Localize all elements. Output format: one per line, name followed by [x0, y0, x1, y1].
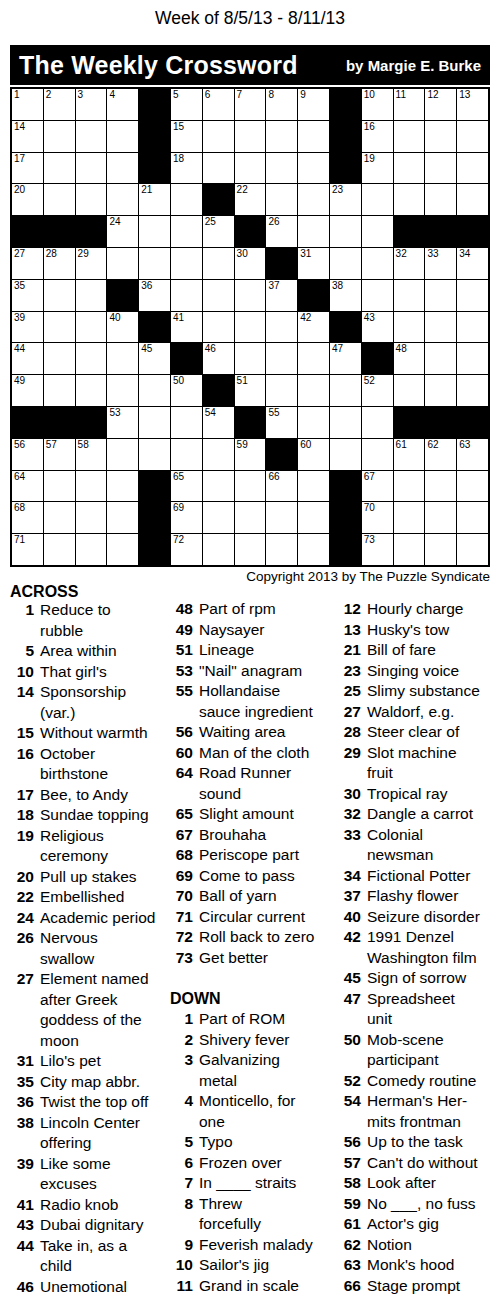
grid-cell[interactable]: [171, 248, 202, 279]
grid-cell[interactable]: [266, 312, 297, 343]
grid-cell[interactable]: [44, 280, 75, 311]
black-cell: [425, 407, 456, 438]
cell-number: 42: [300, 312, 311, 324]
grid-cell[interactable]: [107, 534, 138, 565]
cell-number: 52: [364, 375, 375, 387]
clue-item: 46Unemotional: [10, 1277, 170, 1298]
grid-cell[interactable]: 58: [76, 439, 107, 470]
grid-cell[interactable]: 10: [362, 89, 393, 120]
grid-cell[interactable]: [44, 184, 75, 215]
grid-cell[interactable]: [76, 343, 107, 374]
grid-cell[interactable]: [394, 502, 425, 533]
clue-text: Sundae topping: [40, 805, 170, 826]
clue-number: 32: [338, 804, 361, 825]
grid-cell[interactable]: 31: [298, 248, 329, 279]
grid-cell[interactable]: [457, 121, 488, 152]
clue-number: 19: [10, 826, 34, 867]
clue-number: 71: [170, 907, 193, 928]
grid-cell[interactable]: [457, 534, 488, 565]
grid-cell[interactable]: 48: [394, 343, 425, 374]
black-cell: [394, 216, 425, 247]
grid-cell[interactable]: [457, 280, 488, 311]
grid-cell[interactable]: [203, 248, 234, 279]
grid-cell[interactable]: [235, 534, 266, 565]
grid-cell[interactable]: [235, 502, 266, 533]
grid-cell[interactable]: 18: [171, 153, 202, 184]
grid-cell[interactable]: [457, 343, 488, 374]
black-cell: [330, 502, 361, 533]
grid-cell[interactable]: 44: [12, 343, 43, 374]
clue-text: Area within: [40, 641, 170, 662]
grid-cell[interactable]: [266, 534, 297, 565]
grid-cell[interactable]: [298, 471, 329, 502]
grid-cell[interactable]: [425, 184, 456, 215]
grid-cell[interactable]: 20: [12, 184, 43, 215]
cell-number: 33: [427, 248, 438, 260]
clue-text: Galvanizing metal: [199, 1050, 338, 1091]
clue-text: That girl's: [40, 662, 170, 683]
grid-cell[interactable]: 49: [12, 375, 43, 406]
clue-number: 21: [338, 640, 361, 661]
clue-text: "Nail" anagram: [199, 661, 338, 682]
grid-cell[interactable]: [298, 184, 329, 215]
cell-number: 10: [364, 89, 375, 101]
grid-cell[interactable]: [425, 502, 456, 533]
cell-number: 64: [14, 471, 25, 483]
grid-cell[interactable]: [425, 343, 456, 374]
clue-text: Singing voice: [367, 661, 490, 682]
grid-cell[interactable]: 50: [171, 375, 202, 406]
grid-cell[interactable]: [76, 184, 107, 215]
grid-cell[interactable]: [362, 439, 393, 470]
grid-cell[interactable]: 21: [139, 184, 170, 215]
grid-cell[interactable]: [394, 280, 425, 311]
grid-cell[interactable]: [107, 375, 138, 406]
grid-cell[interactable]: [394, 153, 425, 184]
grid-cell[interactable]: [171, 216, 202, 247]
grid-cell[interactable]: [76, 375, 107, 406]
grid-cell[interactable]: 63: [457, 439, 488, 470]
clue-text: Take in, as a child: [40, 1236, 170, 1277]
clue-text: 1991 Denzel Washington film: [367, 927, 490, 968]
grid-cell[interactable]: [298, 407, 329, 438]
cell-number: 27: [14, 248, 25, 260]
grid-cell[interactable]: [139, 407, 170, 438]
clue-item: 34Fictional Potter: [338, 866, 490, 887]
clue-item: 53"Nail" anagram: [170, 661, 338, 682]
grid-cell[interactable]: [44, 312, 75, 343]
grid-cell[interactable]: [457, 312, 488, 343]
black-cell: [12, 407, 43, 438]
grid-cell[interactable]: [44, 153, 75, 184]
grid-cell[interactable]: 69: [171, 502, 202, 533]
cell-number: 43: [364, 312, 375, 324]
clue-number: 12: [338, 599, 361, 620]
clue-number: 1: [170, 1009, 193, 1030]
grid-cell[interactable]: 11: [394, 89, 425, 120]
grid-cell[interactable]: 39: [12, 312, 43, 343]
grid-cell[interactable]: 29: [76, 248, 107, 279]
clue-text: Feverish malady: [199, 1235, 338, 1256]
grid-cell[interactable]: 37: [266, 280, 297, 311]
grid-cell[interactable]: [203, 121, 234, 152]
grid-cell[interactable]: [139, 439, 170, 470]
black-cell: [44, 216, 75, 247]
grid-cell[interactable]: [235, 471, 266, 502]
grid-cell[interactable]: 60: [298, 439, 329, 470]
spacer: [170, 968, 338, 988]
grid-cell[interactable]: 24: [107, 216, 138, 247]
cell-number: 50: [173, 375, 184, 387]
clue-number: 31: [10, 1051, 34, 1072]
grid-cell[interactable]: [457, 153, 488, 184]
grid-cell[interactable]: [171, 280, 202, 311]
grid-cell[interactable]: [76, 471, 107, 502]
grid-cell[interactable]: [107, 184, 138, 215]
clue-item: 60Man of the cloth: [170, 743, 338, 764]
black-cell: [139, 89, 170, 120]
grid-cell[interactable]: 47: [330, 343, 361, 374]
grid-cell[interactable]: 59: [235, 439, 266, 470]
grid-cell[interactable]: 64: [12, 471, 43, 502]
grid-cell[interactable]: [330, 248, 361, 279]
grid-cell[interactable]: [425, 534, 456, 565]
grid-cell[interactable]: [107, 248, 138, 279]
grid-cell[interactable]: 23: [330, 184, 361, 215]
clue-text: Seizure disorder: [367, 907, 490, 928]
grid-cell[interactable]: 61: [394, 439, 425, 470]
grid-cell[interactable]: [203, 153, 234, 184]
clue-number: 70: [170, 886, 193, 907]
grid-cell[interactable]: 13: [457, 89, 488, 120]
clue-item: 10Sailor's jig: [170, 1255, 338, 1276]
clue-text: Dubai dignitary: [40, 1215, 170, 1236]
clue-item: 63Monk's hood: [338, 1255, 490, 1276]
grid-cell[interactable]: 41: [171, 312, 202, 343]
clue-item: 1Reduce to rubble: [10, 600, 170, 641]
grid-cell[interactable]: [107, 502, 138, 533]
grid-cell[interactable]: 22: [235, 184, 266, 215]
clue-text: Roll back to zero: [199, 927, 338, 948]
grid-cell[interactable]: 45: [139, 343, 170, 374]
clue-item: 7In ____ straits: [170, 1173, 338, 1194]
grid-cell[interactable]: [235, 280, 266, 311]
clue-number: 63: [338, 1255, 361, 1276]
grid-cell[interactable]: [362, 184, 393, 215]
grid-cell[interactable]: 36: [139, 280, 170, 311]
grid-cell[interactable]: [266, 121, 297, 152]
grid-cell[interactable]: [298, 216, 329, 247]
grid-cell[interactable]: [107, 471, 138, 502]
clue-text: Up to the task: [367, 1132, 490, 1153]
grid-cell[interactable]: [235, 312, 266, 343]
grid-cell[interactable]: [298, 153, 329, 184]
grid-cell[interactable]: [425, 121, 456, 152]
cell-number: 46: [205, 343, 216, 355]
cell-number: 65: [173, 471, 184, 483]
clue-text: Bill of fare: [367, 640, 490, 661]
grid-cell[interactable]: 6: [203, 89, 234, 120]
grid-cell[interactable]: [203, 471, 234, 502]
grid-cell[interactable]: [171, 439, 202, 470]
grid-cell[interactable]: 66: [266, 471, 297, 502]
cell-number: 53: [109, 407, 120, 419]
grid-cell[interactable]: 12: [425, 89, 456, 120]
grid-cell[interactable]: [362, 280, 393, 311]
grid-cell[interactable]: [76, 121, 107, 152]
grid-cell[interactable]: [44, 534, 75, 565]
grid-cell[interactable]: 54: [203, 407, 234, 438]
grid-cell[interactable]: [425, 153, 456, 184]
grid-cell[interactable]: [44, 471, 75, 502]
clue-text: Notion: [367, 1235, 490, 1256]
grid-cell[interactable]: 9: [298, 89, 329, 120]
grid-cell[interactable]: 35: [12, 280, 43, 311]
grid-cell[interactable]: [266, 343, 297, 374]
clue-item: 48Part of rpm: [170, 599, 338, 620]
cell-number: 9: [300, 89, 306, 101]
grid-cell[interactable]: [394, 534, 425, 565]
clue-number: 54: [338, 1091, 361, 1132]
grid-cell[interactable]: [457, 471, 488, 502]
grid-cell[interactable]: 3: [76, 89, 107, 120]
clue-number: 4: [170, 1091, 193, 1132]
clue-item: 421991 Denzel Washington film: [338, 927, 490, 968]
grid-cell[interactable]: 70: [362, 502, 393, 533]
grid-cell[interactable]: 43: [362, 312, 393, 343]
grid-cell[interactable]: [107, 439, 138, 470]
clue-text: Lincoln Center offering: [40, 1113, 170, 1154]
clue-number: 46: [10, 1277, 34, 1298]
clue-text: Steer clear of: [367, 722, 490, 743]
grid-cell[interactable]: 5: [171, 89, 202, 120]
grid-cell[interactable]: 38: [330, 280, 361, 311]
clue-item: 71Circular current: [170, 907, 338, 928]
grid-cell[interactable]: [235, 343, 266, 374]
grid-cell[interactable]: [107, 121, 138, 152]
grid-cell[interactable]: [203, 312, 234, 343]
grid-cell[interactable]: 4: [107, 89, 138, 120]
grid-cell[interactable]: 68: [12, 502, 43, 533]
grid-cell[interactable]: 19: [362, 153, 393, 184]
cell-number: 15: [173, 121, 184, 133]
grid-cell[interactable]: [394, 375, 425, 406]
black-cell: [107, 280, 138, 311]
grid-cell[interactable]: 32: [394, 248, 425, 279]
cell-number: 37: [268, 280, 279, 292]
grid-cell[interactable]: 16: [362, 121, 393, 152]
grid-cell[interactable]: [44, 121, 75, 152]
clue-item: 70Ball of yarn: [170, 886, 338, 907]
grid-cell[interactable]: [425, 280, 456, 311]
grid-cell[interactable]: 2: [44, 89, 75, 120]
grid-cell[interactable]: [362, 216, 393, 247]
clue-item: 50Mob-scene participant: [338, 1030, 490, 1071]
grid-cell[interactable]: [266, 153, 297, 184]
clue-item: 58Look after: [338, 1173, 490, 1194]
grid-cell[interactable]: [107, 343, 138, 374]
clue-text: Part of ROM: [199, 1009, 338, 1030]
grid-cell[interactable]: 42: [298, 312, 329, 343]
grid-cell[interactable]: [330, 407, 361, 438]
cell-number: 23: [332, 184, 343, 196]
grid-cell[interactable]: [139, 375, 170, 406]
grid-cell[interactable]: 57: [44, 439, 75, 470]
clue-item: 1Part of ROM: [170, 1009, 338, 1030]
grid-cell[interactable]: [394, 121, 425, 152]
grid-cell[interactable]: 15: [171, 121, 202, 152]
grid-cell[interactable]: 56: [12, 439, 43, 470]
clue-item: 56Up to the task: [338, 1132, 490, 1153]
grid-cell[interactable]: 52: [362, 375, 393, 406]
puzzle-byline: by Margie E. Burke: [346, 57, 481, 74]
clue-item: 21Bill of fare: [338, 640, 490, 661]
grid-cell[interactable]: [457, 375, 488, 406]
clue-number: 62: [338, 1235, 361, 1256]
grid-cell[interactable]: [203, 280, 234, 311]
grid-cell[interactable]: [203, 502, 234, 533]
grid-cell[interactable]: [139, 216, 170, 247]
clue-text: Sign of sorrow: [367, 968, 490, 989]
cell-number: 17: [14, 153, 25, 165]
grid-cell[interactable]: [76, 280, 107, 311]
grid-cell[interactable]: 8: [266, 89, 297, 120]
clue-text: Can't do without: [367, 1153, 490, 1174]
grid-cell[interactable]: [298, 502, 329, 533]
clue-text: Husky's tow: [367, 620, 490, 641]
cell-number: 68: [14, 502, 25, 514]
grid-cell[interactable]: 40: [107, 312, 138, 343]
grid-cell[interactable]: [76, 312, 107, 343]
clue-number: 49: [170, 620, 193, 641]
clue-text: Sponsorship (var.): [40, 682, 170, 723]
grid-cell[interactable]: 25: [203, 216, 234, 247]
black-cell: [298, 280, 329, 311]
cell-number: 73: [364, 534, 375, 546]
clue-text: Part of rpm: [199, 599, 338, 620]
grid-cell[interactable]: [394, 312, 425, 343]
grid-cell[interactable]: [235, 153, 266, 184]
grid-cell[interactable]: [76, 502, 107, 533]
grid-cell[interactable]: [203, 439, 234, 470]
grid-cell[interactable]: [266, 375, 297, 406]
clue-item: 67Brouhaha: [170, 825, 338, 846]
grid-cell[interactable]: [298, 121, 329, 152]
clue-text: Bee, to Andy: [40, 785, 170, 806]
grid-cell[interactable]: 65: [171, 471, 202, 502]
clue-number: 55: [170, 681, 193, 722]
clue-number: 36: [10, 1092, 34, 1113]
grid-cell[interactable]: 55: [266, 407, 297, 438]
grid-cell[interactable]: [266, 184, 297, 215]
grid-cell[interactable]: [298, 343, 329, 374]
grid-cell[interactable]: [425, 312, 456, 343]
grid-cell[interactable]: [330, 439, 361, 470]
grid-cell[interactable]: [139, 248, 170, 279]
clue-item: 5Area within: [10, 641, 170, 662]
cell-number: 21: [141, 184, 152, 196]
grid-cell[interactable]: [44, 375, 75, 406]
clue-number: 53: [170, 661, 193, 682]
grid-cell[interactable]: 33: [425, 248, 456, 279]
clue-number: 69: [170, 866, 193, 887]
grid-cell[interactable]: [298, 534, 329, 565]
clue-item: 59No ___, no fuss: [338, 1194, 490, 1215]
clue-item: 69Come to pass: [170, 866, 338, 887]
grid-cell[interactable]: 28: [44, 248, 75, 279]
clue-number: 68: [170, 845, 193, 866]
clue-text: Comedy routine: [367, 1071, 490, 1092]
clue-text: Tropical ray: [367, 784, 490, 805]
clue-number: 67: [170, 825, 193, 846]
grid-cell[interactable]: [330, 216, 361, 247]
grid-cell[interactable]: 72: [171, 534, 202, 565]
clue-item: 57Can't do without: [338, 1153, 490, 1174]
grid-cell[interactable]: 34: [457, 248, 488, 279]
grid-cell[interactable]: [298, 375, 329, 406]
grid-cell[interactable]: 67: [362, 471, 393, 502]
grid-cell[interactable]: [330, 375, 361, 406]
grid-cell[interactable]: 30: [235, 248, 266, 279]
grid-cell[interactable]: [107, 153, 138, 184]
cell-number: 66: [268, 471, 279, 483]
clue-item: 61Actor's gig: [338, 1214, 490, 1235]
grid-cell[interactable]: 26: [266, 216, 297, 247]
clue-item: 38Lincoln Center offering: [10, 1113, 170, 1154]
grid-cell[interactable]: 14: [12, 121, 43, 152]
cell-number: 67: [364, 471, 375, 483]
grid-cell[interactable]: [76, 153, 107, 184]
grid-cell[interactable]: [76, 534, 107, 565]
cell-number: 16: [364, 121, 375, 133]
grid-cell[interactable]: [171, 407, 202, 438]
black-cell: [139, 534, 170, 565]
clue-number: 27: [10, 969, 34, 1051]
grid-cell[interactable]: 46: [203, 343, 234, 374]
grid-cell[interactable]: 51: [235, 375, 266, 406]
clue-item: 32Dangle a carrot: [338, 804, 490, 825]
grid-cell[interactable]: [44, 343, 75, 374]
grid-cell[interactable]: 53: [107, 407, 138, 438]
grid-cell[interactable]: 27: [12, 248, 43, 279]
clue-number: 73: [170, 948, 193, 969]
grid-cell[interactable]: [44, 502, 75, 533]
grid-cell[interactable]: [171, 184, 202, 215]
grid-cell[interactable]: 71: [12, 534, 43, 565]
grid-cell[interactable]: [362, 248, 393, 279]
grid-cell[interactable]: [362, 407, 393, 438]
grid-cell[interactable]: [425, 471, 456, 502]
grid-cell[interactable]: [235, 121, 266, 152]
grid-cell[interactable]: [457, 184, 488, 215]
grid-cell[interactable]: 73: [362, 534, 393, 565]
clue-number: 18: [10, 805, 34, 826]
grid-cell[interactable]: [457, 502, 488, 533]
grid-cell[interactable]: 1: [12, 89, 43, 120]
grid-cell[interactable]: 7: [235, 89, 266, 120]
grid-cell[interactable]: [425, 375, 456, 406]
grid-cell[interactable]: [266, 502, 297, 533]
grid-cell[interactable]: [394, 471, 425, 502]
grid-cell[interactable]: [394, 184, 425, 215]
grid-cell[interactable]: 17: [12, 153, 43, 184]
clue-number: 45: [338, 968, 361, 989]
clue-text: Slimy substance: [367, 681, 490, 702]
grid-cell[interactable]: [203, 534, 234, 565]
grid-cell[interactable]: 62: [425, 439, 456, 470]
clue-column: ACROSS1Reduce to rubble5Area within10Tha…: [10, 583, 170, 1297]
clue-text: Lineage: [199, 640, 338, 661]
